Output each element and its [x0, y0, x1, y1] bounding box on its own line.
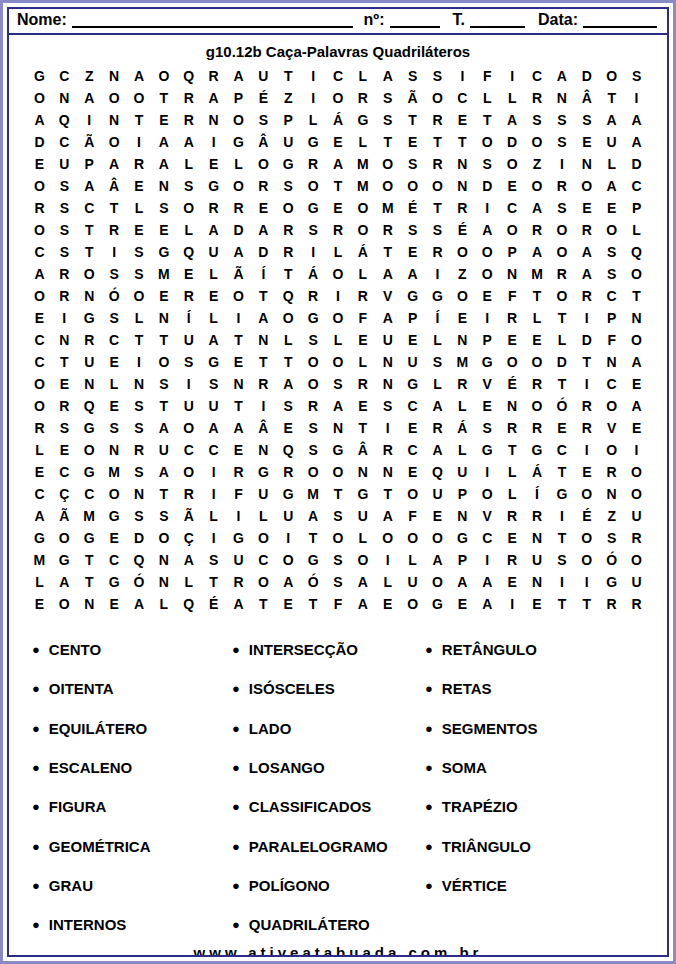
grid-cell[interactable]: A [127, 593, 152, 615]
grid-cell[interactable]: E [326, 131, 351, 153]
grid-cell[interactable]: O [27, 175, 52, 197]
grid-cell[interactable]: N [375, 373, 400, 395]
grid-cell[interactable]: G [52, 549, 77, 571]
grid-cell[interactable]: L [375, 571, 400, 593]
grid-cell[interactable]: I [500, 65, 525, 87]
grid-cell[interactable]: R [226, 197, 251, 219]
grid-cell[interactable]: N [450, 153, 475, 175]
grid-cell[interactable]: Ã [52, 505, 77, 527]
grid-cell[interactable]: I [301, 65, 326, 87]
grid-cell[interactable]: O [599, 439, 624, 461]
grid-cell[interactable]: L [326, 329, 351, 351]
grid-cell[interactable]: O [624, 329, 649, 351]
grid-cell[interactable]: L [500, 461, 525, 483]
grid-cell[interactable]: L [27, 439, 52, 461]
grid-cell[interactable]: T [276, 351, 301, 373]
grid-cell[interactable]: D [574, 329, 599, 351]
grid-cell[interactable]: T [151, 483, 176, 505]
grid-cell[interactable]: D [574, 65, 599, 87]
grid-cell[interactable]: R [425, 417, 450, 439]
grid-cell[interactable]: S [151, 373, 176, 395]
grid-cell[interactable]: Á [525, 461, 550, 483]
grid-cell[interactable]: I [549, 153, 574, 175]
grid-cell[interactable]: S [52, 241, 77, 263]
grid-cell[interactable]: N [201, 109, 226, 131]
grid-cell[interactable]: R [425, 153, 450, 175]
grid-cell[interactable]: N [375, 351, 400, 373]
grid-cell[interactable]: V [475, 373, 500, 395]
grid-cell[interactable]: O [624, 263, 649, 285]
grid-cell[interactable]: S [52, 219, 77, 241]
grid-cell[interactable]: O [226, 109, 251, 131]
grid-cell[interactable]: Ó [127, 571, 152, 593]
grid-cell[interactable]: L [201, 307, 226, 329]
grid-cell[interactable]: N [77, 593, 102, 615]
grid-cell[interactable]: O [301, 461, 326, 483]
grid-cell[interactable]: E [500, 571, 525, 593]
grid-cell[interactable]: Í [176, 307, 201, 329]
grid-cell[interactable]: S [301, 417, 326, 439]
grid-cell[interactable]: T [127, 329, 152, 351]
grid-cell[interactable]: R [201, 197, 226, 219]
grid-cell[interactable]: G [475, 439, 500, 461]
grid-cell[interactable]: E [52, 439, 77, 461]
grid-cell[interactable]: L [151, 593, 176, 615]
grid-cell[interactable]: O [475, 241, 500, 263]
grid-cell[interactable]: Q [127, 549, 152, 571]
grid-cell[interactable]: E [201, 153, 226, 175]
grid-cell[interactable]: O [102, 131, 127, 153]
grid-cell[interactable]: C [52, 461, 77, 483]
grid-cell[interactable]: T [226, 395, 251, 417]
grid-cell[interactable]: T [450, 131, 475, 153]
grid-cell[interactable]: O [127, 87, 152, 109]
grid-cell[interactable]: T [574, 593, 599, 615]
grid-cell[interactable]: R [176, 87, 201, 109]
grid-cell[interactable]: C [27, 483, 52, 505]
grid-cell[interactable]: U [251, 483, 276, 505]
grid-cell[interactable]: G [400, 285, 425, 307]
grid-cell[interactable]: O [425, 87, 450, 109]
grid-cell[interactable]: N [350, 461, 375, 483]
grid-cell[interactable]: T [375, 131, 400, 153]
grid-cell[interactable]: N [52, 329, 77, 351]
grid-cell[interactable]: O [549, 219, 574, 241]
grid-cell[interactable]: D [624, 153, 649, 175]
grid-cell[interactable]: E [350, 329, 375, 351]
grid-cell[interactable]: N [450, 329, 475, 351]
grid-cell[interactable]: O [301, 351, 326, 373]
grid-cell[interactable]: Ó [102, 285, 127, 307]
grid-cell[interactable]: U [176, 329, 201, 351]
grid-cell[interactable]: Â [574, 87, 599, 109]
grid-cell[interactable]: D [475, 175, 500, 197]
grid-cell[interactable]: I [574, 373, 599, 395]
grid-cell[interactable]: A [574, 241, 599, 263]
grid-cell[interactable]: O [326, 87, 351, 109]
grid-cell[interactable]: D [549, 351, 574, 373]
grid-cell[interactable]: Q [624, 241, 649, 263]
grid-cell[interactable]: O [375, 527, 400, 549]
grid-cell[interactable]: S [52, 417, 77, 439]
grid-cell[interactable]: L [350, 527, 375, 549]
grid-cell[interactable]: O [525, 395, 550, 417]
grid-cell[interactable]: T [326, 175, 351, 197]
grid-cell[interactable]: C [326, 65, 351, 87]
grid-cell[interactable]: T [77, 549, 102, 571]
grid-cell[interactable]: R [549, 263, 574, 285]
grid-cell[interactable]: A [574, 263, 599, 285]
grid-cell[interactable]: E [151, 219, 176, 241]
grid-cell[interactable]: O [400, 527, 425, 549]
grid-cell[interactable]: O [624, 483, 649, 505]
grid-cell[interactable]: A [475, 571, 500, 593]
grid-cell[interactable]: U [201, 241, 226, 263]
grid-cell[interactable]: N [127, 373, 152, 395]
grid-cell[interactable]: O [574, 483, 599, 505]
grid-cell[interactable]: N [525, 571, 550, 593]
grid-cell[interactable]: C [27, 351, 52, 373]
grid-cell[interactable]: G [425, 593, 450, 615]
grid-cell[interactable]: S [599, 241, 624, 263]
grid-cell[interactable]: Q [52, 109, 77, 131]
grid-cell[interactable]: L [350, 131, 375, 153]
grid-cell[interactable]: A [599, 109, 624, 131]
grid-cell[interactable]: P [599, 307, 624, 329]
grid-cell[interactable]: G [326, 439, 351, 461]
grid-cell[interactable]: R [500, 417, 525, 439]
grid-cell[interactable]: É [201, 593, 226, 615]
grid-cell[interactable]: R [549, 175, 574, 197]
grid-cell[interactable]: S [301, 439, 326, 461]
grid-cell[interactable]: S [326, 549, 351, 571]
grid-cell[interactable]: L [525, 307, 550, 329]
grid-cell[interactable]: N [151, 307, 176, 329]
grid-cell[interactable]: L [102, 373, 127, 395]
grid-cell[interactable]: O [326, 307, 351, 329]
grid-cell[interactable]: R [350, 87, 375, 109]
grid-cell[interactable]: S [127, 461, 152, 483]
grid-cell[interactable]: A [326, 395, 351, 417]
grid-cell[interactable]: G [350, 483, 375, 505]
grid-cell[interactable]: G [475, 351, 500, 373]
grid-cell[interactable]: O [375, 175, 400, 197]
grid-cell[interactable]: G [201, 351, 226, 373]
grid-cell[interactable]: L [176, 571, 201, 593]
grid-cell[interactable]: E [400, 461, 425, 483]
grid-cell[interactable]: O [475, 131, 500, 153]
grid-cell[interactable]: Q [176, 593, 201, 615]
grid-cell[interactable]: G [400, 373, 425, 395]
grid-cell[interactable]: A [201, 417, 226, 439]
grid-cell[interactable]: A [201, 87, 226, 109]
grid-cell[interactable]: E [27, 307, 52, 329]
grid-cell[interactable]: T [151, 329, 176, 351]
class-input-line[interactable] [470, 13, 525, 28]
grid-cell[interactable]: A [375, 263, 400, 285]
grid-cell[interactable]: C [599, 373, 624, 395]
grid-cell[interactable]: C [450, 87, 475, 109]
grid-cell[interactable]: C [201, 439, 226, 461]
grid-cell[interactable]: L [350, 351, 375, 373]
grid-cell[interactable]: T [77, 241, 102, 263]
grid-cell[interactable]: L [350, 65, 375, 87]
grid-cell[interactable]: R [599, 461, 624, 483]
grid-cell[interactable]: Ã [226, 263, 251, 285]
grid-cell[interactable]: U [201, 395, 226, 417]
grid-cell[interactable]: G [599, 571, 624, 593]
grid-cell[interactable]: A [176, 131, 201, 153]
grid-cell[interactable]: O [574, 527, 599, 549]
grid-cell[interactable]: U [276, 131, 301, 153]
grid-cell[interactable]: C [400, 395, 425, 417]
grid-cell[interactable]: S [151, 197, 176, 219]
grid-cell[interactable]: O [475, 483, 500, 505]
grid-cell[interactable]: L [176, 219, 201, 241]
grid-cell[interactable]: R [525, 87, 550, 109]
grid-cell[interactable]: G [276, 483, 301, 505]
grid-cell[interactable]: O [450, 241, 475, 263]
grid-cell[interactable]: E [574, 197, 599, 219]
number-input-line[interactable] [390, 13, 440, 28]
grid-cell[interactable]: N [52, 87, 77, 109]
grid-cell[interactable]: N [450, 505, 475, 527]
grid-cell[interactable]: O [251, 153, 276, 175]
grid-cell[interactable]: A [450, 571, 475, 593]
grid-cell[interactable]: O [27, 87, 52, 109]
grid-cell[interactable]: S [127, 241, 152, 263]
grid-cell[interactable]: S [201, 549, 226, 571]
grid-cell[interactable]: R [425, 241, 450, 263]
grid-cell[interactable]: T [201, 571, 226, 593]
grid-cell[interactable]: O [624, 549, 649, 571]
grid-cell[interactable]: E [201, 285, 226, 307]
grid-cell[interactable]: A [525, 241, 550, 263]
grid-cell[interactable]: Z [276, 87, 301, 109]
grid-cell[interactable]: T [425, 197, 450, 219]
grid-cell[interactable]: O [251, 527, 276, 549]
grid-cell[interactable]: A [624, 395, 649, 417]
grid-cell[interactable]: T [77, 571, 102, 593]
grid-cell[interactable]: L [450, 395, 475, 417]
grid-cell[interactable]: R [251, 373, 276, 395]
grid-cell[interactable]: R [251, 175, 276, 197]
grid-cell[interactable]: I [127, 131, 152, 153]
grid-cell[interactable]: S [151, 505, 176, 527]
grid-cell[interactable]: A [27, 505, 52, 527]
grid-cell[interactable]: O [27, 373, 52, 395]
grid-cell[interactable]: C [500, 197, 525, 219]
grid-cell[interactable]: G [226, 131, 251, 153]
grid-cell[interactable]: T [375, 241, 400, 263]
grid-cell[interactable]: É [251, 87, 276, 109]
grid-cell[interactable]: R [176, 109, 201, 131]
grid-cell[interactable]: I [475, 197, 500, 219]
grid-cell[interactable]: A [226, 241, 251, 263]
grid-cell[interactable]: O [525, 351, 550, 373]
grid-cell[interactable]: C [77, 483, 102, 505]
grid-cell[interactable]: R [450, 197, 475, 219]
grid-cell[interactable]: D [500, 131, 525, 153]
grid-cell[interactable]: R [201, 65, 226, 87]
grid-cell[interactable]: S [425, 219, 450, 241]
grid-cell[interactable]: O [326, 527, 351, 549]
grid-cell[interactable]: A [475, 219, 500, 241]
grid-cell[interactable]: S [301, 329, 326, 351]
grid-cell[interactable]: O [549, 241, 574, 263]
grid-cell[interactable]: P [276, 109, 301, 131]
grid-cell[interactable]: L [201, 263, 226, 285]
grid-cell[interactable]: G [77, 417, 102, 439]
grid-cell[interactable]: R [525, 219, 550, 241]
grid-cell[interactable]: O [301, 373, 326, 395]
grid-cell[interactable]: E [525, 329, 550, 351]
grid-cell[interactable]: E [27, 153, 52, 175]
grid-cell[interactable]: O [226, 285, 251, 307]
grid-cell[interactable]: P [77, 153, 102, 175]
grid-cell[interactable]: O [301, 175, 326, 197]
grid-cell[interactable]: R [52, 263, 77, 285]
grid-cell[interactable]: F [500, 285, 525, 307]
grid-cell[interactable]: I [450, 65, 475, 87]
grid-cell[interactable]: E [525, 593, 550, 615]
grid-cell[interactable]: U [400, 571, 425, 593]
grid-cell[interactable]: N [251, 439, 276, 461]
grid-cell[interactable]: O [624, 461, 649, 483]
grid-cell[interactable]: A [226, 65, 251, 87]
grid-cell[interactable]: S [375, 109, 400, 131]
grid-cell[interactable]: L [350, 263, 375, 285]
grid-cell[interactable]: S [301, 219, 326, 241]
grid-cell[interactable]: I [201, 527, 226, 549]
grid-cell[interactable]: A [425, 439, 450, 461]
grid-cell[interactable]: N [127, 483, 152, 505]
grid-cell[interactable]: U [350, 505, 375, 527]
grid-cell[interactable]: N [375, 461, 400, 483]
grid-cell[interactable]: G [77, 307, 102, 329]
grid-cell[interactable]: M [350, 153, 375, 175]
grid-cell[interactable]: O [226, 175, 251, 197]
grid-cell[interactable]: A [375, 65, 400, 87]
grid-cell[interactable]: R [276, 241, 301, 263]
grid-cell[interactable]: E [599, 197, 624, 219]
grid-cell[interactable]: C [52, 131, 77, 153]
grid-cell[interactable]: O [450, 285, 475, 307]
grid-cell[interactable]: T [400, 109, 425, 131]
grid-cell[interactable]: C [599, 285, 624, 307]
grid-cell[interactable]: I [176, 373, 201, 395]
grid-cell[interactable]: O [400, 483, 425, 505]
grid-cell[interactable]: A [176, 549, 201, 571]
grid-cell[interactable]: E [400, 329, 425, 351]
grid-cell[interactable]: E [102, 351, 127, 373]
grid-cell[interactable]: A [624, 351, 649, 373]
grid-cell[interactable]: O [400, 593, 425, 615]
grid-cell[interactable]: S [127, 395, 152, 417]
grid-cell[interactable]: Í [425, 307, 450, 329]
grid-cell[interactable]: Â [102, 175, 127, 197]
grid-cell[interactable]: R [525, 505, 550, 527]
grid-cell[interactable]: E [127, 175, 152, 197]
grid-cell[interactable]: L [251, 505, 276, 527]
grid-cell[interactable]: C [525, 65, 550, 87]
grid-cell[interactable]: F [475, 65, 500, 87]
grid-cell[interactable]: T [102, 197, 127, 219]
grid-cell[interactable]: G [276, 153, 301, 175]
grid-cell[interactable]: N [326, 417, 351, 439]
grid-cell[interactable]: E [450, 307, 475, 329]
grid-cell[interactable]: N [500, 395, 525, 417]
grid-cell[interactable]: R [27, 197, 52, 219]
grid-cell[interactable]: C [77, 197, 102, 219]
grid-cell[interactable]: T [276, 65, 301, 87]
grid-cell[interactable]: N [549, 87, 574, 109]
grid-cell[interactable]: E [226, 439, 251, 461]
grid-cell[interactable]: S [251, 109, 276, 131]
grid-cell[interactable]: I [549, 571, 574, 593]
grid-cell[interactable]: M [27, 549, 52, 571]
grid-cell[interactable]: Ó [549, 395, 574, 417]
grid-cell[interactable]: E [475, 285, 500, 307]
grid-cell[interactable]: A [350, 571, 375, 593]
grid-cell[interactable]: R [350, 285, 375, 307]
grid-cell[interactable]: S [549, 131, 574, 153]
grid-cell[interactable]: A [375, 505, 400, 527]
grid-cell[interactable]: G [102, 505, 127, 527]
grid-cell[interactable]: G [77, 461, 102, 483]
grid-cell[interactable]: G [450, 527, 475, 549]
grid-cell[interactable]: L [624, 219, 649, 241]
grid-cell[interactable]: Ó [599, 549, 624, 571]
grid-cell[interactable]: E [102, 593, 127, 615]
grid-cell[interactable]: S [127, 417, 152, 439]
grid-cell[interactable]: E [400, 417, 425, 439]
grid-cell[interactable]: I [326, 285, 351, 307]
grid-cell[interactable]: I [201, 461, 226, 483]
grid-cell[interactable]: S [102, 417, 127, 439]
grid-cell[interactable]: A [549, 65, 574, 87]
grid-cell[interactable]: E [624, 417, 649, 439]
grid-cell[interactable]: S [599, 263, 624, 285]
grid-cell[interactable]: S [326, 505, 351, 527]
grid-cell[interactable]: E [549, 417, 574, 439]
grid-cell[interactable]: O [500, 153, 525, 175]
grid-cell[interactable]: F [350, 307, 375, 329]
grid-cell[interactable]: O [599, 65, 624, 87]
grid-cell[interactable]: P [450, 549, 475, 571]
grid-cell[interactable]: V [599, 417, 624, 439]
grid-cell[interactable]: O [102, 483, 127, 505]
grid-cell[interactable]: E [574, 461, 599, 483]
grid-cell[interactable]: I [475, 549, 500, 571]
grid-cell[interactable]: T [549, 373, 574, 395]
grid-cell[interactable]: R [574, 219, 599, 241]
grid-cell[interactable]: E [176, 263, 201, 285]
grid-cell[interactable]: S [276, 175, 301, 197]
grid-cell[interactable]: O [425, 175, 450, 197]
grid-cell[interactable]: T [350, 417, 375, 439]
grid-cell[interactable]: L [201, 505, 226, 527]
grid-cell[interactable]: E [500, 527, 525, 549]
grid-cell[interactable]: A [151, 153, 176, 175]
grid-cell[interactable]: Q [276, 439, 301, 461]
grid-cell[interactable]: R [624, 593, 649, 615]
grid-cell[interactable]: O [276, 307, 301, 329]
grid-cell[interactable]: U [276, 505, 301, 527]
grid-cell[interactable]: R [301, 395, 326, 417]
grid-cell[interactable]: A [375, 307, 400, 329]
grid-cell[interactable]: P [450, 483, 475, 505]
